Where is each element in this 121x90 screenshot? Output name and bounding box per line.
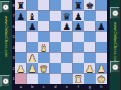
file-label-g: g [84, 84, 96, 90]
square-c2[interactable] [38, 63, 50, 74]
square-a2[interactable] [15, 63, 27, 74]
square-a8[interactable] [15, 0, 27, 11]
square-h4[interactable] [96, 42, 108, 53]
left-watermark-text: www.OnlineChess.com [4, 16, 9, 57]
file-label-d: d [50, 84, 62, 90]
square-e4[interactable] [61, 42, 73, 53]
square-c6[interactable] [38, 21, 50, 32]
square-h7[interactable] [96, 11, 108, 22]
square-d7[interactable] [50, 11, 62, 22]
square-a5[interactable] [15, 32, 27, 43]
square-e3[interactable] [61, 53, 73, 64]
square-g7[interactable] [84, 11, 96, 22]
square-b6[interactable] [27, 21, 39, 32]
square-h5[interactable] [96, 32, 108, 43]
square-d6[interactable] [50, 21, 62, 32]
clock-icon[interactable] [110, 7, 120, 19]
square-a6[interactable] [15, 21, 27, 32]
square-a7[interactable] [15, 11, 27, 22]
clock-face-icon [112, 64, 119, 71]
square-c3[interactable] [38, 53, 50, 64]
file-coordinates: abcdefgh [15, 84, 107, 90]
square-b3[interactable] [27, 53, 39, 64]
square-b4[interactable] [27, 42, 39, 53]
square-e1[interactable] [61, 74, 73, 85]
square-b8[interactable] [27, 0, 39, 11]
left-sidebar: www.OnlineChess.com [0, 0, 13, 90]
file-label-e: e [61, 84, 73, 90]
square-g8[interactable] [84, 0, 96, 11]
square-d1[interactable] [50, 74, 62, 85]
file-label-h: h [96, 84, 108, 90]
file-label-a: a [15, 84, 27, 90]
square-b7[interactable] [27, 11, 39, 22]
file-label-b: b [27, 84, 39, 90]
square-e6[interactable] [61, 21, 73, 32]
square-c4[interactable] [38, 42, 50, 53]
square-f2[interactable] [73, 63, 85, 74]
square-d5[interactable] [50, 32, 62, 43]
right-watermark-text: www.OnlineChess.com [113, 22, 118, 63]
square-d3[interactable] [50, 53, 62, 64]
clock-icon[interactable] [1, 1, 11, 13]
square-b5[interactable] [27, 32, 39, 43]
square-g5[interactable] [84, 32, 96, 43]
square-a4[interactable] [15, 42, 27, 53]
chess-app-stage: www.OnlineChess.com 87654321 ♜♜♚♟♝♛♟♟♟♟♟… [0, 0, 120, 90]
square-g6[interactable] [84, 21, 96, 32]
clock-icon[interactable] [1, 75, 11, 87]
square-d8[interactable] [50, 0, 62, 11]
square-b1[interactable] [27, 74, 39, 85]
square-c1[interactable] [38, 74, 50, 85]
clock-face-icon [112, 10, 119, 17]
square-f8[interactable] [73, 0, 85, 11]
square-g1[interactable] [84, 74, 96, 85]
chess-app-window: www.OnlineChess.com 87654321 ♜♜♚♟♝♛♟♟♟♟♟… [0, 0, 120, 90]
chess-board[interactable]: ♜♜♚♟♝♛♟♟♟♟♟♝♟♟♟♛♟♟♜♚ [15, 0, 107, 84]
right-sidebar: www.OnlineChess.com [110, 0, 121, 90]
square-f4[interactable] [73, 42, 85, 53]
square-h6[interactable] [96, 21, 108, 32]
file-label-c: c [38, 84, 50, 90]
square-f6[interactable] [73, 21, 85, 32]
square-e5[interactable] [61, 32, 73, 43]
square-a1[interactable] [15, 74, 27, 85]
square-c5[interactable] [38, 32, 50, 43]
clock-icon[interactable] [110, 61, 120, 73]
square-h1[interactable] [96, 74, 108, 85]
square-g4[interactable] [84, 42, 96, 53]
square-d2[interactable] [50, 63, 62, 74]
square-f7[interactable] [73, 11, 85, 22]
square-h2[interactable] [96, 63, 108, 74]
square-g3[interactable] [84, 53, 96, 64]
square-f1[interactable] [73, 74, 85, 85]
square-c7[interactable] [38, 11, 50, 22]
square-h3[interactable] [96, 53, 108, 64]
clock-face-icon [2, 78, 9, 85]
square-e2[interactable] [61, 63, 73, 74]
square-f3[interactable] [73, 53, 85, 64]
square-e8[interactable] [61, 0, 73, 11]
square-d4[interactable] [50, 42, 62, 53]
square-e7[interactable] [61, 11, 73, 22]
file-label-f: f [73, 84, 85, 90]
square-c8[interactable] [38, 0, 50, 11]
square-b2[interactable] [27, 63, 39, 74]
clock-face-icon [2, 4, 9, 11]
square-a3[interactable] [15, 53, 27, 64]
square-h8[interactable] [96, 0, 108, 11]
square-f5[interactable] [73, 32, 85, 43]
square-g2[interactable] [84, 63, 96, 74]
